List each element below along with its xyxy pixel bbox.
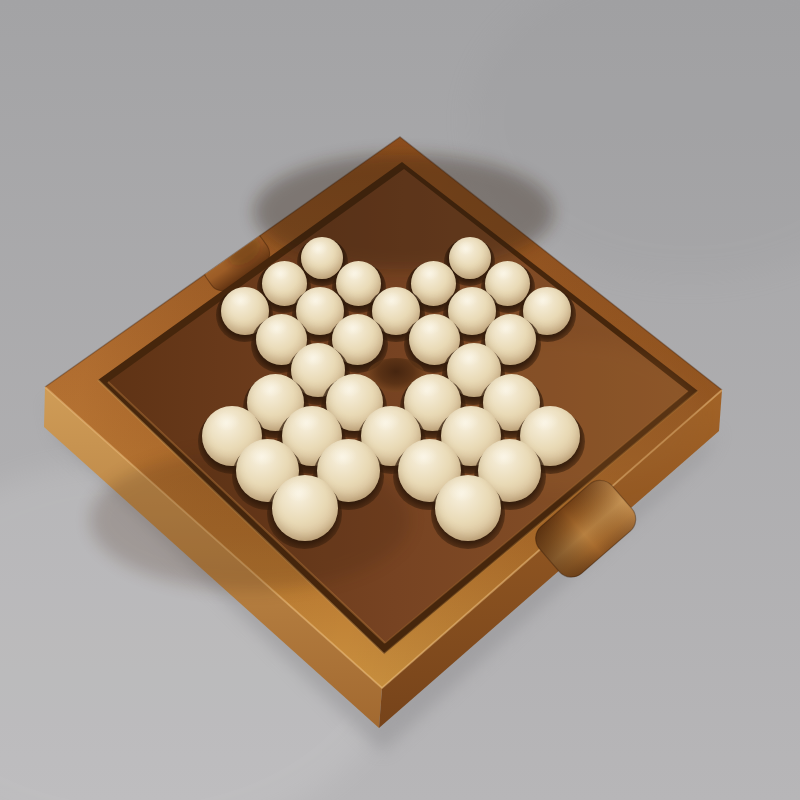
marble-r4-c6[interactable] bbox=[435, 475, 501, 541]
marble-r0-c2[interactable] bbox=[449, 237, 491, 279]
marble-r2-c0[interactable] bbox=[301, 237, 343, 279]
solitaire-board bbox=[0, 0, 800, 800]
marble-r1-c2[interactable] bbox=[411, 261, 456, 306]
marble-r6-c4[interactable] bbox=[272, 475, 338, 541]
photo-canvas bbox=[0, 0, 800, 800]
